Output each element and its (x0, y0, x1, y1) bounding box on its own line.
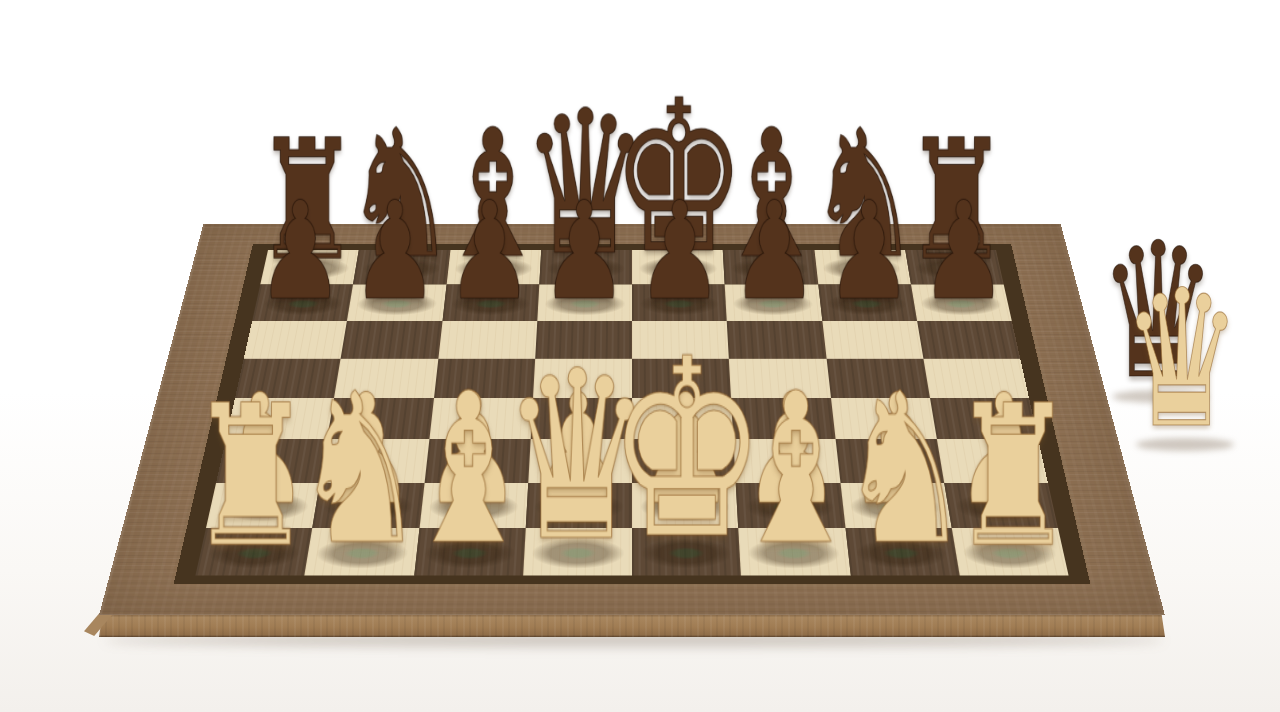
chessboard: ♜♞♝♛♚♝♞♜♟♟♟♟♟♟♟♟♟♟♟♟♟♟♟♟♜♞♝♛♚♝♞♜ (99, 224, 1165, 615)
piece-black-pawn-g7[interactable]: ♟ (825, 184, 912, 319)
piece-black-pawn-e7[interactable]: ♟ (636, 184, 723, 319)
board-front-edge (99, 612, 1165, 637)
piece-black-pawn-h7[interactable]: ♟ (920, 184, 1007, 319)
board-frame: ♜♞♝♛♚♝♞♜♟♟♟♟♟♟♟♟♟♟♟♟♟♟♟♟♜♞♝♛♚♝♞♜ (99, 224, 1165, 615)
piece-black-pawn-b7[interactable]: ♟ (351, 184, 438, 319)
white-queen-glyph: ♛ (1122, 264, 1242, 454)
square-h7[interactable]: ♟ (911, 285, 1012, 321)
square-a7[interactable]: ♟ (252, 285, 353, 321)
board-squares: ♜♞♝♛♚♝♞♜♟♟♟♟♟♟♟♟♟♟♟♟♟♟♟♟♜♞♝♛♚♝♞♜ (195, 250, 1068, 576)
piece-white-queen-spare[interactable]: ♛ (1122, 264, 1242, 454)
square-e1[interactable]: ♚ (632, 528, 741, 576)
square-h1[interactable]: ♜ (951, 528, 1068, 576)
product-photo-scene: ♜♞♝♛♚♝♞♜♟♟♟♟♟♟♟♟♟♟♟♟♟♟♟♟♜♞♝♛♚♝♞♜ ♛ ♛ (0, 0, 1280, 712)
square-f1[interactable]: ♝ (738, 528, 850, 576)
piece-black-pawn-c7[interactable]: ♟ (446, 184, 533, 319)
piece-black-pawn-f7[interactable]: ♟ (731, 184, 818, 319)
square-c7[interactable]: ♟ (442, 285, 539, 321)
square-g7[interactable]: ♟ (818, 285, 917, 321)
piece-black-pawn-a7[interactable]: ♟ (256, 184, 343, 319)
piece-black-pawn-d7[interactable]: ♟ (541, 184, 628, 319)
square-b7[interactable]: ♟ (347, 285, 446, 321)
board-inner-border: ♜♞♝♛♚♝♞♜♟♟♟♟♟♟♟♟♟♟♟♟♟♟♟♟♜♞♝♛♚♝♞♜ (174, 244, 1091, 585)
square-g1[interactable]: ♞ (845, 528, 959, 576)
piece-white-rook-h1[interactable]: ♜ (951, 379, 1077, 573)
